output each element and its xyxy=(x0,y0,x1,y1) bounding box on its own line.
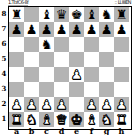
piece-black-knight-c6[interactable]: ♞ xyxy=(39,37,54,52)
square-c2[interactable]: ♟ xyxy=(39,97,54,112)
square-e3[interactable] xyxy=(69,82,84,97)
file-label-d: d xyxy=(54,128,69,135)
square-g6[interactable] xyxy=(99,37,114,52)
file-label-c: c xyxy=(39,128,54,135)
piece-white-pawn-f2[interactable]: ♟ xyxy=(84,97,99,112)
square-g3[interactable] xyxy=(99,82,114,97)
piece-black-pawn-c7[interactable]: ♟ xyxy=(39,22,54,37)
square-a5[interactable] xyxy=(9,52,24,67)
square-a6[interactable] xyxy=(9,37,24,52)
file-label-e: e xyxy=(69,128,84,135)
rank-label-4: 4 xyxy=(0,66,8,81)
square-g5[interactable] xyxy=(99,52,114,67)
square-d5[interactable] xyxy=(54,52,69,67)
piece-white-pawn-e4[interactable]: ♟ xyxy=(69,67,84,82)
piece-black-queen-d8[interactable]: ♛ xyxy=(54,7,69,22)
square-c6[interactable]: ♞ xyxy=(39,37,54,52)
rank-label-1: 1 xyxy=(0,111,8,126)
square-f7[interactable]: ♟ xyxy=(84,22,99,37)
square-c3[interactable] xyxy=(39,82,54,97)
square-g4[interactable] xyxy=(99,67,114,82)
square-h4[interactable] xyxy=(114,67,129,82)
square-g1[interactable]: ♞ xyxy=(99,112,114,127)
square-c1[interactable]: ♝ xyxy=(39,112,54,127)
square-h8[interactable]: ♜ xyxy=(114,7,129,22)
rank-label-6: 6 xyxy=(0,36,8,51)
square-g2[interactable]: ♟ xyxy=(99,97,114,112)
square-a4[interactable] xyxy=(9,67,24,82)
piece-black-pawn-d7[interactable]: ♟ xyxy=(54,22,69,37)
file-label-a: a xyxy=(9,128,24,135)
piece-white-bishop-f1[interactable]: ♝ xyxy=(84,112,99,127)
piece-white-pawn-h2[interactable]: ♟ xyxy=(114,97,129,112)
square-b3[interactable] xyxy=(24,82,39,97)
square-d1[interactable]: ♛ xyxy=(54,112,69,127)
chess-diagram: 1.TbfC6-8f :: LUIIIEN 87654321 ♜♝♛♚♝♞♜♟♟… xyxy=(0,0,135,135)
piece-white-pawn-c2[interactable]: ♟ xyxy=(39,97,54,112)
square-b5[interactable] xyxy=(24,52,39,67)
square-e4[interactable]: ♟ xyxy=(69,67,84,82)
square-e1[interactable]: ♚ xyxy=(69,112,84,127)
square-d8[interactable]: ♛ xyxy=(54,7,69,22)
piece-black-pawn-g7[interactable]: ♟ xyxy=(99,22,114,37)
board-area: 87654321 ♜♝♛♚♝♞♜♟♟♟♟♟♟♟♟♞♟♟♟♟♟♟♟♟♜♞♝♛♚♝♞… xyxy=(0,6,132,130)
piece-black-bishop-c8[interactable]: ♝ xyxy=(39,7,54,22)
square-a7[interactable]: ♟ xyxy=(9,22,24,37)
piece-black-pawn-b7[interactable]: ♟ xyxy=(24,22,39,37)
square-f5[interactable] xyxy=(84,52,99,67)
rank-label-7: 7 xyxy=(0,21,8,36)
square-c7[interactable]: ♟ xyxy=(39,22,54,37)
square-b8[interactable] xyxy=(24,7,39,22)
file-label-h: h xyxy=(114,128,129,135)
square-f2[interactable]: ♟ xyxy=(84,97,99,112)
square-f8[interactable]: ♝ xyxy=(84,7,99,22)
square-h1[interactable]: ♜ xyxy=(114,112,129,127)
square-h6[interactable] xyxy=(114,37,129,52)
piece-white-rook-a1[interactable]: ♜ xyxy=(9,112,24,127)
square-e6[interactable] xyxy=(69,37,84,52)
square-b1[interactable]: ♞ xyxy=(24,112,39,127)
piece-white-queen-d1[interactable]: ♛ xyxy=(54,112,69,127)
square-e5[interactable] xyxy=(69,52,84,67)
square-c4[interactable] xyxy=(39,67,54,82)
rank-label-2: 2 xyxy=(0,96,8,111)
square-f4[interactable] xyxy=(84,67,99,82)
square-f6[interactable] xyxy=(84,37,99,52)
piece-black-pawn-a7[interactable]: ♟ xyxy=(9,22,24,37)
square-f1[interactable]: ♝ xyxy=(84,112,99,127)
file-labels: abcdefgh xyxy=(9,128,129,135)
square-h3[interactable] xyxy=(114,82,129,97)
file-label-b: b xyxy=(24,128,39,135)
rank-labels: 87654321 xyxy=(0,6,8,130)
square-g8[interactable]: ♞ xyxy=(99,7,114,22)
square-h7[interactable]: ♟ xyxy=(114,22,129,37)
square-b4[interactable] xyxy=(24,67,39,82)
piece-white-rook-h1[interactable]: ♜ xyxy=(114,112,129,127)
piece-white-pawn-g2[interactable]: ♟ xyxy=(99,97,114,112)
rank-label-3: 3 xyxy=(0,81,8,96)
file-label-g: g xyxy=(99,128,114,135)
square-e2[interactable] xyxy=(69,97,84,112)
square-b6[interactable] xyxy=(24,37,39,52)
square-h5[interactable] xyxy=(114,52,129,67)
square-e7[interactable]: ♟ xyxy=(69,22,84,37)
piece-black-bishop-f8[interactable]: ♝ xyxy=(84,7,99,22)
square-d3[interactable] xyxy=(54,82,69,97)
square-e8[interactable]: ♚ xyxy=(69,7,84,22)
piece-white-knight-b1[interactable]: ♞ xyxy=(24,112,39,127)
piece-black-pawn-h7[interactable]: ♟ xyxy=(114,22,129,37)
piece-white-pawn-b2[interactable]: ♟ xyxy=(24,97,39,112)
square-d4[interactable] xyxy=(54,67,69,82)
square-b2[interactable]: ♟ xyxy=(24,97,39,112)
square-d2[interactable]: ♟ xyxy=(54,97,69,112)
square-h2[interactable]: ♟ xyxy=(114,97,129,112)
square-g7[interactable]: ♟ xyxy=(99,22,114,37)
square-d7[interactable]: ♟ xyxy=(54,22,69,37)
piece-white-pawn-d2[interactable]: ♟ xyxy=(54,97,69,112)
square-a8[interactable]: ♜ xyxy=(9,7,24,22)
piece-black-knight-g8[interactable]: ♞ xyxy=(99,7,114,22)
board: ♜♝♛♚♝♞♜♟♟♟♟♟♟♟♟♞♟♟♟♟♟♟♟♟♜♞♝♛♚♝♞♜ xyxy=(8,6,132,130)
file-label-f: f xyxy=(84,128,99,135)
square-c5[interactable] xyxy=(39,52,54,67)
piece-white-bishop-c1[interactable]: ♝ xyxy=(39,112,54,127)
piece-black-pawn-e7[interactable]: ♟ xyxy=(69,22,84,37)
rank-label-5: 5 xyxy=(0,51,8,66)
piece-white-king-e1[interactable]: ♚ xyxy=(69,112,84,127)
piece-white-pawn-a2[interactable]: ♟ xyxy=(9,97,24,112)
square-b7[interactable]: ♟ xyxy=(24,22,39,37)
square-a2[interactable]: ♟ xyxy=(9,97,24,112)
piece-black-rook-h8[interactable]: ♜ xyxy=(114,7,129,22)
top-caption-right: :: LUIIIEN xyxy=(115,0,131,5)
square-d6[interactable] xyxy=(54,37,69,52)
rank-label-8: 8 xyxy=(0,6,8,21)
square-a3[interactable] xyxy=(9,82,24,97)
piece-black-king-e8[interactable]: ♚ xyxy=(69,7,84,22)
square-f3[interactable] xyxy=(84,82,99,97)
square-a1[interactable]: ♜ xyxy=(9,112,24,127)
square-c8[interactable]: ♝ xyxy=(39,7,54,22)
piece-black-pawn-f7[interactable]: ♟ xyxy=(84,22,99,37)
piece-black-rook-a8[interactable]: ♜ xyxy=(9,7,24,22)
piece-white-knight-g1[interactable]: ♞ xyxy=(99,112,114,127)
